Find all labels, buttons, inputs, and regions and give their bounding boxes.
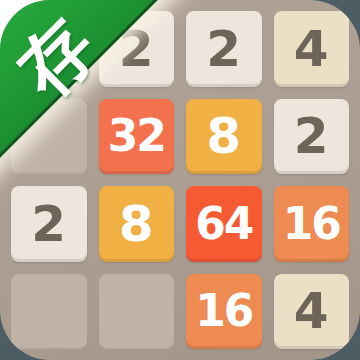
- tile-8: 8: [186, 99, 262, 175]
- tile-value: 64: [195, 202, 252, 246]
- tile-value: 8: [119, 199, 154, 249]
- tile-value: 32: [108, 114, 165, 158]
- screenshot-stage: 2243282286416164 存: [0, 0, 360, 360]
- tile-32: 32: [99, 99, 175, 175]
- tile-16: 16: [274, 186, 350, 262]
- tile-64: 64: [186, 186, 262, 262]
- tile-value: 16: [283, 202, 340, 246]
- tile-2: 2: [11, 186, 87, 262]
- tile-2: 2: [274, 99, 350, 175]
- tile-8: 8: [99, 186, 175, 262]
- tile-value: 4: [294, 24, 329, 74]
- tile-16: 16: [186, 274, 262, 350]
- tile-value: 16: [195, 289, 252, 333]
- app-icon-2048[interactable]: 2243282286416164 存: [0, 0, 360, 360]
- empty-cell: [11, 274, 87, 350]
- tile-value: 2: [31, 199, 66, 249]
- tile-value: 4: [294, 286, 329, 336]
- empty-cell: [99, 274, 175, 350]
- tile-2: 2: [186, 11, 262, 87]
- tile-value: 2: [206, 24, 241, 74]
- tile-value: 2: [294, 111, 329, 161]
- tile-value: 8: [206, 111, 241, 161]
- tile-4: 4: [274, 274, 350, 350]
- tile-4: 4: [274, 11, 350, 87]
